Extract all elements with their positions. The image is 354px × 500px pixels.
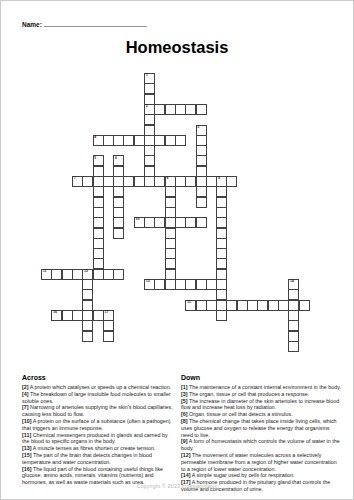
clue-item: [15] The part of the brain that detects …: [22, 452, 175, 466]
grid-cell[interactable]: [82, 331, 93, 342]
clue-number-label: [6]: [181, 411, 188, 417]
clue-number-label: [15]: [22, 452, 32, 458]
clue-number-label: [2]: [22, 384, 29, 390]
clue-item: [7] Narrowing of arterioles supplying th…: [22, 404, 175, 418]
clue-item: [3] The organ, tissue or cell that produ…: [181, 391, 342, 398]
grid-cell[interactable]: [175, 135, 186, 146]
clue-number-label: [8]: [181, 418, 188, 424]
clue-item: [10] A protein on the surface of a subst…: [22, 418, 175, 432]
name-row: Name:: [22, 20, 147, 28]
clue-number: 13: [146, 280, 150, 284]
clue-item: [5] The increase in diameter of the skin…: [181, 398, 342, 412]
clue-number-label: [9]: [181, 438, 188, 444]
clue-number-label: [4]: [22, 391, 29, 397]
clue-number-label: [10]: [22, 418, 32, 424]
grid-cell[interactable]: [113, 228, 124, 239]
clue-number-label: [5]: [181, 398, 188, 404]
clue-item: [6] Organ, tissue or cell that detects a…: [181, 411, 342, 418]
clue-number: 1: [146, 74, 148, 78]
clue-item: [4] The breakdown of large insoluble foo…: [22, 391, 175, 405]
across-header: Across: [22, 374, 175, 381]
clue-number: 9: [218, 177, 220, 181]
clue-item: [9] A form of homeostasis which controls…: [181, 438, 342, 452]
clue-number: 10: [135, 218, 139, 222]
clue-number-label: [13]: [22, 445, 32, 451]
clue-number-label: [16]: [22, 466, 32, 472]
grid-cell[interactable]: [299, 300, 310, 311]
clue-number-label: [7]: [22, 404, 29, 410]
clue-number: 16: [53, 311, 57, 315]
clue-item: [1] The maintenance of a constant intern…: [181, 384, 342, 391]
clue-number-label: [1]: [181, 384, 188, 390]
grid-cell[interactable]: [113, 269, 124, 280]
clue-item: [13] A muscle tenses as fibres shorten o…: [22, 445, 175, 452]
page-title: Homeostasis: [0, 38, 354, 57]
grid-cell[interactable]: [196, 104, 207, 115]
crossword-grid: 1234567891011121314151617: [41, 73, 310, 352]
clue-number: 11: [43, 270, 47, 274]
clue-number: 17: [105, 311, 109, 315]
clue-number-label: [3]: [181, 391, 188, 397]
clue-number-label: [11]: [22, 432, 31, 438]
clue-number: 14: [290, 280, 294, 284]
clue-number: 2: [146, 105, 148, 109]
watermark: Copyright © 2023 crosswordspin: [0, 483, 354, 489]
grid-cell[interactable]: [288, 341, 299, 352]
grid-cell[interactable]: [216, 310, 227, 321]
clue-number: 6: [115, 157, 117, 161]
grid-cell[interactable]: [103, 331, 114, 342]
across-clues-section: Across [2] A protein which catalyses or …: [22, 374, 175, 486]
clue-number: 8: [166, 177, 168, 181]
clue-number: 5: [94, 157, 96, 161]
clue-item: [14] A simple sugar used by cells for re…: [181, 472, 342, 479]
clue-number-label: [12]: [181, 452, 191, 458]
across-clue-list: [2] A protein which catalyses or speeds …: [22, 384, 175, 486]
clue-number: 3: [197, 126, 199, 130]
worksheet-page: Name: Homeostasis 1234567891011121314151…: [0, 0, 354, 500]
down-clues-section: Down [1] The maintenance of a constant i…: [181, 374, 342, 493]
down-header: Down: [181, 374, 342, 381]
clue-item: [8] The chemical change that takes place…: [181, 418, 342, 438]
clue-item: [12] The movement of water molecules acr…: [181, 452, 342, 472]
clue-item: [2] A protein which catalyses or speeds …: [22, 384, 175, 391]
down-clue-list: [1] The maintenance of a constant intern…: [181, 384, 342, 493]
grid-cell[interactable]: [226, 176, 237, 187]
clue-number: 15: [187, 301, 191, 305]
clue-number: 7: [74, 177, 76, 181]
clue-number: 4: [94, 136, 96, 140]
clue-number-label: [14]: [181, 472, 191, 478]
clue-item: [11] Chemical messengers produced in gla…: [22, 432, 175, 446]
clue-number: 12: [84, 270, 88, 274]
grid-cell[interactable]: [196, 197, 207, 208]
grid-cell[interactable]: [196, 217, 207, 228]
name-label: Name:: [22, 21, 42, 28]
name-fill-line[interactable]: [44, 20, 147, 27]
